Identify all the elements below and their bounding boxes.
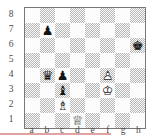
rank-label-7: 7 [2, 22, 20, 37]
square-b5[interactable] [40, 53, 55, 68]
black-pawn-glyph: ♟ [42, 23, 54, 38]
square-b8[interactable] [40, 8, 55, 23]
square-c2[interactable]: ♝♗ [55, 98, 70, 113]
rank-label-2: 2 [2, 97, 20, 112]
black-pawn-glyph: ♟ [57, 68, 69, 83]
square-d2[interactable] [70, 98, 85, 113]
square-c3[interactable]: ♝ [55, 83, 70, 98]
square-g4[interactable] [115, 68, 130, 83]
square-e5[interactable] [85, 53, 100, 68]
square-a8[interactable] [25, 8, 40, 23]
square-b7[interactable]: ♟ [40, 23, 55, 38]
square-g5[interactable] [115, 53, 130, 68]
square-c6[interactable] [55, 38, 70, 53]
square-e4[interactable] [85, 68, 100, 83]
square-a3[interactable] [25, 83, 40, 98]
square-f2[interactable] [100, 98, 115, 113]
square-a2[interactable] [25, 98, 40, 113]
square-c8[interactable] [55, 8, 70, 23]
square-b2[interactable] [40, 98, 55, 113]
square-h6[interactable]: ♚ [130, 38, 145, 53]
piece-black-pawn: ♟ [55, 68, 70, 83]
square-e2[interactable] [85, 98, 100, 113]
piece-white-bishop: ♝♗ [55, 98, 70, 113]
black-queen-glyph: ♛ [42, 68, 54, 83]
piece-white-king: ♚♔ [100, 83, 115, 98]
rank-label-6: 6 [2, 37, 20, 52]
rank-label-3: 3 [2, 82, 20, 97]
square-b4[interactable]: ♛ [40, 68, 55, 83]
square-h7[interactable] [130, 23, 145, 38]
square-h4[interactable] [130, 68, 145, 83]
rank-label-5: 5 [2, 52, 20, 67]
rank-label-4: 4 [2, 67, 20, 82]
square-g6[interactable] [115, 38, 130, 53]
square-f3[interactable]: ♚♔ [100, 83, 115, 98]
square-d7[interactable] [70, 23, 85, 38]
rank-label-1: 1 [2, 112, 20, 127]
square-d8[interactable] [70, 8, 85, 23]
square-d4[interactable] [70, 68, 85, 83]
square-c4[interactable]: ♟ [55, 68, 70, 83]
square-a4[interactable] [25, 68, 40, 83]
chess-board: ♟♚♛♟♟♙♝♚♔♝♗♛♕ [24, 7, 146, 129]
square-c5[interactable] [55, 53, 70, 68]
file-label-g: g [116, 125, 131, 136]
piece-white-pawn: ♟♙ [100, 68, 115, 83]
square-b3[interactable] [40, 83, 55, 98]
square-d6[interactable] [70, 38, 85, 53]
square-f8[interactable] [100, 8, 115, 23]
white-bishop-glyph: ♗ [57, 98, 69, 113]
square-e8[interactable] [85, 8, 100, 23]
square-h3[interactable] [130, 83, 145, 98]
white-pawn-glyph: ♙ [102, 68, 114, 83]
chess-diagram: 87654321 ♟♚♛♟♟♙♝♚♔♝♗♛♕ abcdefgh [0, 0, 155, 136]
piece-black-bishop: ♝ [55, 83, 70, 98]
square-g3[interactable] [115, 83, 130, 98]
square-f5[interactable] [100, 53, 115, 68]
bottom-underline-decoration [0, 133, 111, 135]
square-h2[interactable] [130, 98, 145, 113]
square-a5[interactable] [25, 53, 40, 68]
file-label-h: h [131, 125, 146, 136]
rank-label-8: 8 [2, 7, 20, 22]
square-d5[interactable] [70, 53, 85, 68]
piece-black-pawn: ♟ [40, 23, 55, 38]
piece-black-king: ♚ [130, 38, 145, 53]
square-e3[interactable] [85, 83, 100, 98]
square-h5[interactable] [130, 53, 145, 68]
square-a6[interactable] [25, 38, 40, 53]
square-b6[interactable] [40, 38, 55, 53]
square-h8[interactable] [130, 8, 145, 23]
black-bishop-glyph: ♝ [57, 83, 69, 98]
square-c7[interactable] [55, 23, 70, 38]
square-g8[interactable] [115, 8, 130, 23]
black-king-glyph: ♚ [132, 38, 144, 53]
square-e6[interactable] [85, 38, 100, 53]
piece-black-queen: ♛ [40, 68, 55, 83]
white-king-glyph: ♔ [102, 83, 114, 98]
square-d3[interactable] [70, 83, 85, 98]
rank-labels: 87654321 [2, 7, 20, 127]
square-a7[interactable] [25, 23, 40, 38]
square-e7[interactable] [85, 23, 100, 38]
square-f4[interactable]: ♟♙ [100, 68, 115, 83]
square-f6[interactable] [100, 38, 115, 53]
square-g2[interactable] [115, 98, 130, 113]
square-f7[interactable] [100, 23, 115, 38]
square-g7[interactable] [115, 23, 130, 38]
